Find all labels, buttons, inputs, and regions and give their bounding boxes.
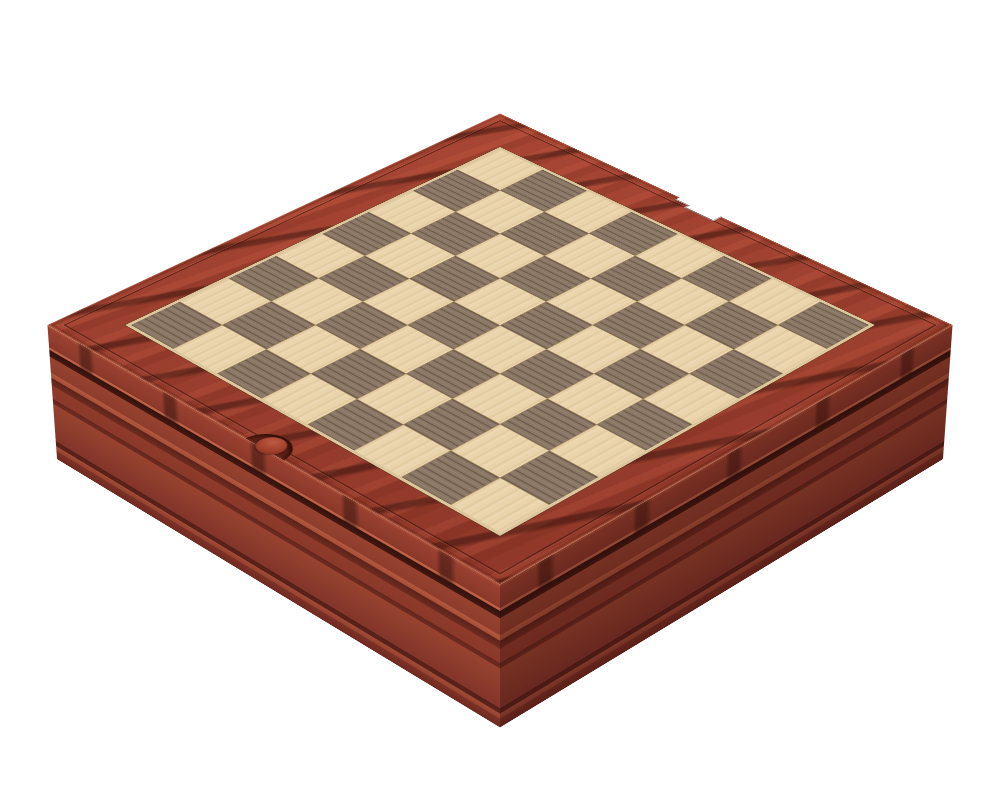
product-photo-background: [0, 0, 1000, 800]
back-edge-notch-step: [675, 197, 694, 206]
